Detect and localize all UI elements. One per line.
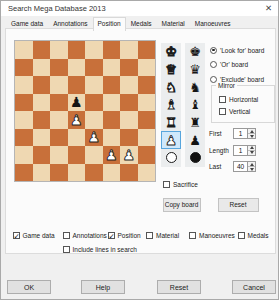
scope-medals-checkbox[interactable]: Medals [238,231,269,241]
length-label: Length [209,147,233,154]
square-b6[interactable] [33,76,51,94]
white-pawn-icon: ♟ [165,134,177,147]
square-a1[interactable] [15,164,33,182]
square-e3[interactable]: ♟ [85,129,103,147]
panel-reset-button[interactable]: Reset [218,198,259,212]
titlebar: Search Mega Database 2013 ✕ [1,1,278,16]
search-dialog: Search Mega Database 2013 ✕ Game dataAnn… [0,0,279,300]
square-h3[interactable] [138,129,156,147]
black-bishop-icon: ♝ [189,98,201,111]
palette-white-king[interactable]: ♚ [161,43,181,61]
palette-white-queen[interactable]: ♛ [161,61,181,79]
square-c8[interactable] [50,41,68,59]
square-f1[interactable] [103,164,121,182]
checkbox-label: Horizontal [229,96,258,103]
radio-label: 'Look for' board [220,47,264,54]
square-f2[interactable]: ♟ [103,146,121,164]
square-a5[interactable] [15,94,33,112]
radio-label: 'Or' board [220,61,248,68]
scope-game-data-checkbox[interactable]: Game data [13,231,55,241]
checkbox-label: Annotations [73,232,107,239]
radio-button-icon[interactable] [210,61,217,68]
radio-look-for-board[interactable]: 'Look for' board [210,45,264,55]
spin-down-icon[interactable] [248,151,255,155]
white-knight-icon: ♞ [165,81,177,94]
square-f4[interactable] [103,111,121,129]
mirror-group: Mirror HorizontalVertical [211,85,275,123]
square-d3[interactable] [68,129,86,147]
square-c4[interactable] [50,111,68,129]
radio-button-icon[interactable] [210,47,217,54]
square-h2[interactable] [138,146,156,164]
square-e4[interactable] [85,111,103,129]
scope-annotations-checkbox[interactable]: Annotations [63,231,107,241]
square-e2[interactable] [85,146,103,164]
close-icon[interactable]: ✕ [262,2,275,14]
checkbox-icon[interactable] [189,232,196,239]
square-e6[interactable] [85,76,103,94]
square-h1[interactable] [138,164,156,182]
square-b5[interactable] [33,94,51,112]
mirror-vertical-checkbox[interactable]: Vertical [219,106,250,116]
sacrifice-checkbox[interactable]: Sacrifice [163,179,198,189]
checkbox-icon[interactable] [219,108,226,115]
square-g4[interactable] [120,111,138,129]
square-f5[interactable] [103,94,121,112]
first-input[interactable]: 1 [233,128,248,139]
square-g1[interactable] [120,164,138,182]
square-d2[interactable] [68,146,86,164]
spin-down-icon[interactable] [248,167,255,171]
radio-or-board[interactable]: 'Or' board [210,60,248,70]
square-g6[interactable] [120,76,138,94]
square-g5[interactable] [120,94,138,112]
include-lines-checkbox-box[interactable] [63,246,70,253]
square-a7[interactable] [15,59,33,77]
black-pawn-d5: ♟ [70,95,83,109]
square-b4[interactable] [33,111,51,129]
checkbox-icon[interactable] [63,232,70,239]
reset-button[interactable]: Reset [157,280,201,294]
cancel-button[interactable]: Cancel [232,280,276,294]
white-any-piece-icon [166,152,177,163]
square-a3[interactable] [15,129,33,147]
palette-black-queen[interactable]: ♛ [185,61,205,79]
checkbox-label: Vertical [229,108,250,115]
checkbox-icon[interactable] [108,232,115,239]
tab-strip: Game dataAnnotationsPositionMedalsMateri… [6,17,236,29]
last-label: Last [209,163,233,170]
mirror-group-title: Mirror [216,82,237,89]
palette-white-pawn[interactable]: ♟ [161,131,181,149]
tab-manoeuvres[interactable]: Manoeuvres [190,17,236,29]
checkbox-label: Material [156,232,179,239]
sacrifice-label: Sacrifice [173,181,198,188]
palette-white-any[interactable] [161,149,181,167]
panel-reset-button-label: Reset [230,201,247,208]
copy-board-button[interactable]: Copy board [163,198,201,212]
square-b2[interactable] [33,146,51,164]
palette-black-any[interactable] [185,149,205,167]
black-any-piece-icon [190,152,201,163]
square-f7[interactable] [103,59,121,77]
square-f6[interactable] [103,76,121,94]
last-spin-buttons[interactable] [248,161,256,172]
checkbox-icon[interactable] [146,232,153,239]
white-rook-icon: ♜ [165,116,177,129]
first-spinner: First1 [209,128,256,140]
checkbox-icon[interactable] [219,96,226,103]
square-g7[interactable] [120,59,138,77]
square-a8[interactable] [15,41,33,59]
square-c3[interactable] [50,129,68,147]
white-pawn-f2: ♟ [105,148,118,162]
black-pawn-icon: ♟ [189,134,201,147]
black-knight-icon: ♞ [189,81,201,94]
square-e7[interactable] [85,59,103,77]
checkbox-icon[interactable] [238,232,245,239]
palette-white-rook[interactable]: ♜ [161,114,181,132]
square-g3[interactable] [120,129,138,147]
white-pawn-g2: ♟ [122,148,135,162]
scope-position-checkbox[interactable]: Position [108,231,141,241]
palette-black-bishop[interactable]: ♝ [185,96,205,114]
square-c2[interactable] [50,146,68,164]
help-button[interactable]: Help [81,280,125,294]
first-spin-buttons[interactable] [248,128,256,139]
black-king-icon: ♚ [189,45,201,58]
square-h5[interactable] [138,94,156,112]
checkbox-label: Game data [23,232,55,239]
square-c7[interactable] [50,59,68,77]
mirror-horizontal-checkbox[interactable]: Horizontal [219,94,258,104]
tab-game-data[interactable]: Game data [6,17,48,29]
square-e1[interactable] [85,164,103,182]
piece-palette-white: ♚♛♞♝♜♟ [161,43,181,167]
tab-material[interactable]: Material [157,17,190,29]
square-d1[interactable] [68,164,86,182]
palette-white-knight[interactable]: ♞ [161,78,181,96]
copy-board-button-label: Copy board [165,201,199,208]
square-c1[interactable] [50,164,68,182]
last-spinner: Last40 [209,161,256,173]
square-d5[interactable]: ♟ [68,94,86,112]
palette-black-rook[interactable]: ♜ [185,114,205,132]
square-e5[interactable] [85,94,103,112]
square-d8[interactable] [68,41,86,59]
checkbox-label: Medals [248,232,269,239]
ok-button[interactable]: OK [7,280,51,294]
white-king-icon: ♚ [165,45,177,58]
white-bishop-icon: ♝ [165,98,177,111]
square-d7[interactable] [68,59,86,77]
square-c5[interactable] [50,94,68,112]
sacrifice-checkbox-box[interactable] [163,181,170,188]
square-d4[interactable]: ♟ [68,111,86,129]
square-h7[interactable] [138,59,156,77]
palette-white-bishop[interactable]: ♝ [161,96,181,114]
black-rook-icon: ♜ [189,116,201,129]
checkbox-label: Position [118,232,141,239]
black-queen-icon: ♛ [189,63,201,76]
white-pawn-e3: ♟ [87,130,100,144]
include-lines-label: Include lines in search [73,246,137,253]
white-queen-icon: ♛ [165,63,177,76]
length-spinner: Length1 [209,144,256,156]
checkbox-label: Manoeuvres [199,232,235,239]
palette-black-knight[interactable]: ♞ [185,78,205,96]
length-input[interactable]: 1 [233,145,248,156]
palette-black-king[interactable]: ♚ [185,43,205,61]
square-b3[interactable] [33,129,51,147]
square-c6[interactable] [50,76,68,94]
square-h8[interactable] [138,41,156,59]
square-d6[interactable] [68,76,86,94]
scope-manoeuvres-checkbox[interactable]: Manoeuvres [189,231,235,241]
square-a2[interactable] [15,146,33,164]
square-a6[interactable] [15,76,33,94]
square-b1[interactable] [33,164,51,182]
square-h6[interactable] [138,76,156,94]
length-spin-buttons[interactable] [248,145,256,156]
window-title: Search Mega Database 2013 [8,4,106,13]
last-input[interactable]: 40 [233,161,248,172]
square-h4[interactable] [138,111,156,129]
position-tab-page: ♟♟♟♟♟ ♚♛♞♝♜♟ ♚♛♞♝♜♟ 'Look for' board'Or'… [5,28,276,254]
square-b7[interactable] [33,59,51,77]
spin-down-icon[interactable] [248,134,255,138]
include-lines-checkbox[interactable]: Include lines in search [63,245,137,255]
square-f8[interactable] [103,41,121,59]
white-pawn-d4: ♟ [70,113,83,127]
tab-position[interactable]: Position [93,17,126,31]
square-g2[interactable]: ♟ [120,146,138,164]
square-a4[interactable] [15,111,33,129]
square-f3[interactable] [103,129,121,147]
square-e8[interactable] [85,41,103,59]
square-g8[interactable] [120,41,138,59]
first-label: First [209,130,233,137]
tab-medals[interactable]: Medals [126,17,157,29]
tab-annotations[interactable]: Annotations [48,17,92,29]
scope-material-checkbox[interactable]: Material [146,231,179,241]
piece-palette-black: ♚♛♞♝♜♟ [185,43,205,167]
checkbox-icon[interactable] [13,232,20,239]
square-b8[interactable] [33,41,51,59]
chess-board[interactable]: ♟♟♟♟♟ [14,40,156,182]
palette-black-pawn[interactable]: ♟ [185,131,205,149]
